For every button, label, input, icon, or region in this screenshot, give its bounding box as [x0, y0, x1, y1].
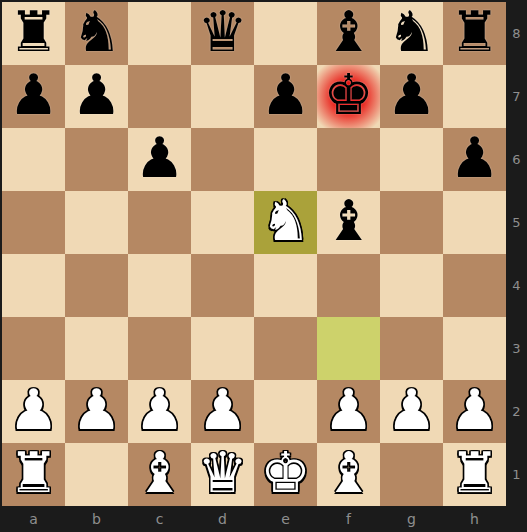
- white-rook[interactable]: ♜: [8, 443, 58, 504]
- square-f5[interactable]: ♝: [317, 191, 380, 254]
- square-b8[interactable]: ♞: [65, 2, 128, 65]
- square-b1[interactable]: [65, 443, 128, 506]
- rank-label-4: 4: [506, 254, 527, 317]
- square-a8[interactable]: ♜: [2, 2, 65, 65]
- file-label-e: e: [254, 506, 317, 532]
- square-a7[interactable]: ♟: [2, 65, 65, 128]
- white-rook[interactable]: ♜: [449, 443, 499, 504]
- white-pawn[interactable]: ♟: [197, 380, 247, 441]
- square-f4[interactable]: [317, 254, 380, 317]
- square-b3[interactable]: [65, 317, 128, 380]
- black-pawn[interactable]: ♟: [449, 128, 499, 189]
- square-h3[interactable]: [443, 317, 506, 380]
- square-f6[interactable]: [317, 128, 380, 191]
- rank-label-1: 1: [506, 443, 527, 506]
- rank-label-3: 3: [506, 317, 527, 380]
- square-c5[interactable]: [128, 191, 191, 254]
- square-e2[interactable]: [254, 380, 317, 443]
- square-c3[interactable]: [128, 317, 191, 380]
- black-pawn[interactable]: ♟: [71, 65, 121, 126]
- file-label-b: b: [65, 506, 128, 532]
- square-d6[interactable]: [191, 128, 254, 191]
- square-c4[interactable]: [128, 254, 191, 317]
- black-pawn[interactable]: ♟: [260, 65, 310, 126]
- square-e5[interactable]: ♞: [254, 191, 317, 254]
- square-d5[interactable]: [191, 191, 254, 254]
- rank-label-2: 2: [506, 380, 527, 443]
- square-e1[interactable]: ♚: [254, 443, 317, 506]
- black-rook[interactable]: ♜: [449, 2, 499, 63]
- square-b5[interactable]: [65, 191, 128, 254]
- square-h4[interactable]: [443, 254, 506, 317]
- square-b2[interactable]: ♟: [65, 380, 128, 443]
- square-a4[interactable]: [2, 254, 65, 317]
- square-e3[interactable]: [254, 317, 317, 380]
- square-a2[interactable]: ♟: [2, 380, 65, 443]
- white-queen[interactable]: ♛: [197, 443, 247, 504]
- square-b6[interactable]: [65, 128, 128, 191]
- rank-coordinates: 87654321: [506, 2, 527, 506]
- white-king[interactable]: ♚: [260, 443, 310, 504]
- chess-board: ♜♞♛♝♞♜♟♟♟♚♟♟♟♞♝♟♟♟♟♟♟♟♜♝♛♚♝♜: [2, 2, 506, 506]
- square-f2[interactable]: ♟: [317, 380, 380, 443]
- square-c6[interactable]: ♟: [128, 128, 191, 191]
- square-g3[interactable]: [380, 317, 443, 380]
- square-f8[interactable]: ♝: [317, 2, 380, 65]
- file-coordinates: abcdefgh: [2, 506, 506, 532]
- black-bishop[interactable]: ♝: [323, 191, 373, 252]
- square-g4[interactable]: [380, 254, 443, 317]
- square-e6[interactable]: [254, 128, 317, 191]
- square-e8[interactable]: [254, 2, 317, 65]
- square-f7[interactable]: ♚: [317, 65, 380, 128]
- square-b7[interactable]: ♟: [65, 65, 128, 128]
- file-label-a: a: [2, 506, 65, 532]
- chess-app-background: ♜♞♛♝♞♜♟♟♟♚♟♟♟♞♝♟♟♟♟♟♟♟♜♝♛♚♝♜ 87654321 ab…: [0, 0, 527, 532]
- square-h5[interactable]: [443, 191, 506, 254]
- black-knight[interactable]: ♞: [71, 2, 121, 63]
- square-g5[interactable]: [380, 191, 443, 254]
- square-a6[interactable]: [2, 128, 65, 191]
- square-f1[interactable]: ♝: [317, 443, 380, 506]
- rank-label-6: 6: [506, 128, 527, 191]
- white-pawn[interactable]: ♟: [134, 380, 184, 441]
- square-d3[interactable]: [191, 317, 254, 380]
- white-bishop[interactable]: ♝: [134, 443, 184, 504]
- file-label-d: d: [191, 506, 254, 532]
- file-label-c: c: [128, 506, 191, 532]
- square-f3[interactable]: [317, 317, 380, 380]
- white-pawn[interactable]: ♟: [8, 380, 58, 441]
- square-c1[interactable]: ♝: [128, 443, 191, 506]
- square-h7[interactable]: [443, 65, 506, 128]
- black-knight[interactable]: ♞: [386, 2, 436, 63]
- square-h1[interactable]: ♜: [443, 443, 506, 506]
- white-pawn[interactable]: ♟: [449, 380, 499, 441]
- square-e7[interactable]: ♟: [254, 65, 317, 128]
- square-a5[interactable]: [2, 191, 65, 254]
- black-rook[interactable]: ♜: [8, 2, 58, 63]
- file-label-f: f: [317, 506, 380, 532]
- white-knight[interactable]: ♞: [260, 191, 310, 252]
- rank-label-8: 8: [506, 2, 527, 65]
- rank-label-5: 5: [506, 191, 527, 254]
- file-label-g: g: [380, 506, 443, 532]
- rank-label-7: 7: [506, 65, 527, 128]
- square-a3[interactable]: [2, 317, 65, 380]
- square-g2[interactable]: ♟: [380, 380, 443, 443]
- square-h2[interactable]: ♟: [443, 380, 506, 443]
- white-pawn[interactable]: ♟: [323, 380, 373, 441]
- square-b4[interactable]: [65, 254, 128, 317]
- square-d7[interactable]: [191, 65, 254, 128]
- square-d4[interactable]: [191, 254, 254, 317]
- square-e4[interactable]: [254, 254, 317, 317]
- black-bishop[interactable]: ♝: [323, 2, 373, 63]
- square-d2[interactable]: ♟: [191, 380, 254, 443]
- white-bishop[interactable]: ♝: [323, 443, 373, 504]
- black-king[interactable]: ♚: [323, 65, 373, 126]
- white-pawn[interactable]: ♟: [71, 380, 121, 441]
- white-pawn[interactable]: ♟: [386, 380, 436, 441]
- square-h6[interactable]: ♟: [443, 128, 506, 191]
- file-label-h: h: [443, 506, 506, 532]
- black-pawn[interactable]: ♟: [134, 128, 184, 189]
- square-g6[interactable]: [380, 128, 443, 191]
- square-g7[interactable]: ♟: [380, 65, 443, 128]
- square-g1[interactable]: [380, 443, 443, 506]
- black-queen[interactable]: ♛: [197, 2, 247, 63]
- square-c2[interactable]: ♟: [128, 380, 191, 443]
- square-c8[interactable]: [128, 2, 191, 65]
- square-c7[interactable]: [128, 65, 191, 128]
- square-d8[interactable]: ♛: [191, 2, 254, 65]
- square-d1[interactable]: ♛: [191, 443, 254, 506]
- square-a1[interactable]: ♜: [2, 443, 65, 506]
- black-pawn[interactable]: ♟: [8, 65, 58, 126]
- square-h8[interactable]: ♜: [443, 2, 506, 65]
- square-g8[interactable]: ♞: [380, 2, 443, 65]
- black-pawn[interactable]: ♟: [386, 65, 436, 126]
